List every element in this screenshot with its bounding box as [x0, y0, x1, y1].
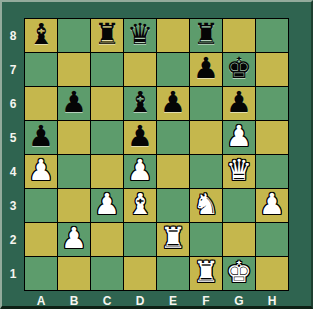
square-f6[interactable]: [190, 87, 222, 120]
piece-wN[interactable]: ♞: [193, 190, 219, 219]
piece-bP[interactable]: ♟: [61, 88, 87, 117]
square-b2[interactable]: ♟: [58, 223, 90, 256]
square-b5[interactable]: [58, 121, 90, 154]
rank-label-8: 8: [2, 19, 24, 52]
file-label-c: C: [91, 292, 123, 309]
square-a2[interactable]: [25, 223, 57, 256]
square-e5[interactable]: [157, 121, 189, 154]
square-f1[interactable]: ♜: [190, 257, 222, 290]
square-f7[interactable]: ♟: [190, 53, 222, 86]
piece-wP[interactable]: ♟: [127, 156, 153, 185]
square-d2[interactable]: [124, 223, 156, 256]
piece-bR[interactable]: ♜: [94, 20, 120, 49]
file-label-d: D: [124, 292, 156, 309]
piece-wQ[interactable]: ♛: [226, 156, 252, 185]
square-f4[interactable]: [190, 155, 222, 188]
square-g6[interactable]: ♟: [223, 87, 255, 120]
board-frame: 87654321 ♝♜♛♜♟♚♟♝♟♟♟♟♟♟♟♛♟♝♞♟♟♜♜♚ ABCDEF…: [0, 0, 313, 309]
piece-bP[interactable]: ♟: [226, 88, 252, 117]
square-b7[interactable]: [58, 53, 90, 86]
rank-label-7: 7: [2, 53, 24, 86]
piece-bQ[interactable]: ♛: [127, 20, 153, 49]
square-h6[interactable]: [256, 87, 288, 120]
square-g7[interactable]: ♚: [223, 53, 255, 86]
square-b4[interactable]: [58, 155, 90, 188]
square-c1[interactable]: [91, 257, 123, 290]
piece-bP[interactable]: ♟: [160, 88, 186, 117]
piece-bK[interactable]: ♚: [226, 54, 252, 83]
square-g2[interactable]: [223, 223, 255, 256]
square-a4[interactable]: ♟: [25, 155, 57, 188]
square-c8[interactable]: ♜: [91, 19, 123, 52]
piece-bR[interactable]: ♜: [193, 20, 219, 49]
square-b6[interactable]: ♟: [58, 87, 90, 120]
square-e6[interactable]: ♟: [157, 87, 189, 120]
square-g5[interactable]: ♟: [223, 121, 255, 154]
piece-wP[interactable]: ♟: [226, 122, 252, 151]
square-a5[interactable]: ♟: [25, 121, 57, 154]
square-d3[interactable]: ♝: [124, 189, 156, 222]
square-h2[interactable]: [256, 223, 288, 256]
square-c7[interactable]: [91, 53, 123, 86]
square-e1[interactable]: [157, 257, 189, 290]
rank-label-3: 3: [2, 189, 24, 222]
piece-wB[interactable]: ♝: [127, 190, 153, 219]
file-label-h: H: [256, 292, 288, 309]
square-d8[interactable]: ♛: [124, 19, 156, 52]
rank-labels: 87654321: [2, 18, 24, 291]
file-labels: ABCDEFGH: [24, 292, 289, 309]
file-label-g: G: [223, 292, 255, 309]
rank-label-6: 6: [2, 87, 24, 120]
piece-wP[interactable]: ♟: [28, 156, 54, 185]
square-e7[interactable]: [157, 53, 189, 86]
piece-bB[interactable]: ♝: [28, 20, 54, 49]
square-c6[interactable]: [91, 87, 123, 120]
square-a3[interactable]: [25, 189, 57, 222]
piece-wP[interactable]: ♟: [94, 190, 120, 219]
file-label-a: A: [25, 292, 57, 309]
square-h3[interactable]: ♟: [256, 189, 288, 222]
square-g1[interactable]: ♚: [223, 257, 255, 290]
rank-label-2: 2: [2, 223, 24, 256]
square-e3[interactable]: [157, 189, 189, 222]
square-c4[interactable]: [91, 155, 123, 188]
square-f5[interactable]: [190, 121, 222, 154]
square-b3[interactable]: [58, 189, 90, 222]
square-a7[interactable]: [25, 53, 57, 86]
piece-bP[interactable]: ♟: [193, 54, 219, 83]
piece-wK[interactable]: ♚: [226, 258, 252, 287]
piece-bB[interactable]: ♝: [127, 88, 153, 117]
square-h4[interactable]: [256, 155, 288, 188]
square-f8[interactable]: ♜: [190, 19, 222, 52]
square-a1[interactable]: [25, 257, 57, 290]
piece-wP[interactable]: ♟: [259, 190, 285, 219]
rank-label-5: 5: [2, 121, 24, 154]
square-f3[interactable]: ♞: [190, 189, 222, 222]
piece-bP[interactable]: ♟: [28, 122, 54, 151]
square-h1[interactable]: [256, 257, 288, 290]
square-g8[interactable]: [223, 19, 255, 52]
square-e2[interactable]: ♜: [157, 223, 189, 256]
square-h8[interactable]: [256, 19, 288, 52]
square-e4[interactable]: [157, 155, 189, 188]
square-g3[interactable]: [223, 189, 255, 222]
square-a6[interactable]: [25, 87, 57, 120]
square-h5[interactable]: [256, 121, 288, 154]
square-f2[interactable]: [190, 223, 222, 256]
chess-board[interactable]: ♝♜♛♜♟♚♟♝♟♟♟♟♟♟♟♛♟♝♞♟♟♜♜♚: [24, 18, 289, 291]
piece-wR[interactable]: ♜: [160, 224, 186, 253]
square-c3[interactable]: ♟: [91, 189, 123, 222]
square-e8[interactable]: [157, 19, 189, 52]
piece-bP[interactable]: ♟: [127, 122, 153, 151]
square-c2[interactable]: [91, 223, 123, 256]
square-h7[interactable]: [256, 53, 288, 86]
square-d6[interactable]: ♝: [124, 87, 156, 120]
square-g4[interactable]: ♛: [223, 155, 255, 188]
piece-wR[interactable]: ♜: [193, 258, 219, 287]
square-d4[interactable]: ♟: [124, 155, 156, 188]
square-b8[interactable]: [58, 19, 90, 52]
file-label-b: B: [58, 292, 90, 309]
square-d7[interactable]: [124, 53, 156, 86]
square-d5[interactable]: ♟: [124, 121, 156, 154]
square-b1[interactable]: [58, 257, 90, 290]
square-a8[interactable]: ♝: [25, 19, 57, 52]
rank-label-4: 4: [2, 155, 24, 188]
file-label-e: E: [157, 292, 189, 309]
rank-label-1: 1: [2, 257, 24, 290]
file-label-f: F: [190, 292, 222, 309]
piece-wP[interactable]: ♟: [61, 224, 87, 253]
square-c5[interactable]: [91, 121, 123, 154]
square-d1[interactable]: [124, 257, 156, 290]
